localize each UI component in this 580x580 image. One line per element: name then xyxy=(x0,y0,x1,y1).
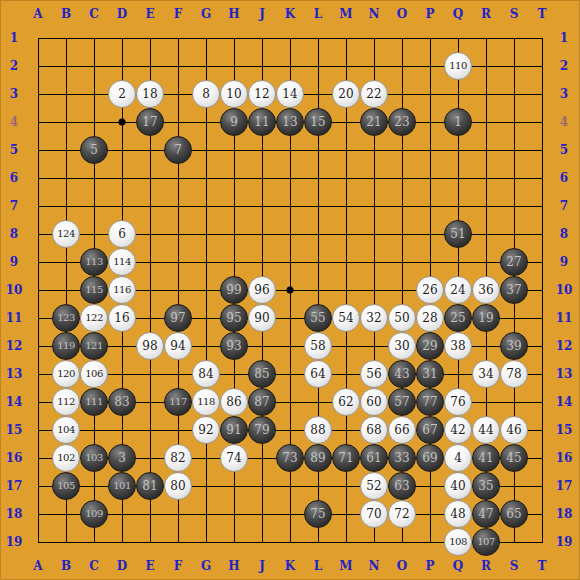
coord-label-left-15: 15 xyxy=(6,424,23,436)
stone-black-71-M16[interactable]: 71 xyxy=(332,444,360,472)
stone-black-11-J4[interactable]: 11 xyxy=(248,108,276,136)
stone-white-26-P10[interactable]: 26 xyxy=(416,276,444,304)
stone-black-117-F14[interactable]: 117 xyxy=(164,388,192,416)
coord-label-left-8: 8 xyxy=(10,228,18,240)
coord-label-right-18: 18 xyxy=(556,508,573,520)
stone-white-78-S13[interactable]: 78 xyxy=(500,360,528,388)
coord-label-right-5: 5 xyxy=(560,144,568,156)
stone-black-65-S18[interactable]: 65 xyxy=(500,500,528,528)
stone-black-89-L16[interactable]: 89 xyxy=(304,444,332,472)
stone-black-41-R16[interactable]: 41 xyxy=(472,444,500,472)
coord-label-top-D: D xyxy=(117,8,127,20)
stone-black-119-B12[interactable]: 119 xyxy=(52,332,80,360)
stone-white-110-Q2[interactable]: 110 xyxy=(444,52,472,80)
stone-white-118-G14[interactable]: 118 xyxy=(192,388,220,416)
stone-white-40-Q17[interactable]: 40 xyxy=(444,472,472,500)
coord-label-bottom-P: P xyxy=(425,560,434,572)
stone-black-83-D14[interactable]: 83 xyxy=(108,388,136,416)
stone-black-67-P15[interactable]: 67 xyxy=(416,416,444,444)
star-point-D4 xyxy=(119,119,126,126)
stone-black-43-O13[interactable]: 43 xyxy=(388,360,416,388)
grid-line-vertical xyxy=(542,38,543,543)
stone-black-85-J13[interactable]: 85 xyxy=(248,360,276,388)
coord-label-left-9: 9 xyxy=(10,256,18,268)
stone-black-29-P12[interactable]: 29 xyxy=(416,332,444,360)
stone-black-109-C18[interactable]: 109 xyxy=(80,500,108,528)
coord-label-top-K: K xyxy=(285,8,295,20)
stone-white-74-H16[interactable]: 74 xyxy=(220,444,248,472)
stone-white-92-G15[interactable]: 92 xyxy=(192,416,220,444)
coord-label-top-B: B xyxy=(61,8,71,20)
stone-white-72-O18[interactable]: 72 xyxy=(388,500,416,528)
stone-black-39-S12[interactable]: 39 xyxy=(500,332,528,360)
stone-black-5-C5[interactable]: 5 xyxy=(80,136,108,164)
coord-label-right-15: 15 xyxy=(556,424,573,436)
screen: AABBCCDDEEFFGGHHJJKKLLMMNNOOPPQQRRSSTT11… xyxy=(0,0,580,580)
stone-white-28-P11[interactable]: 28 xyxy=(416,304,444,332)
coord-label-top-J: J xyxy=(259,8,265,20)
coord-label-top-A: A xyxy=(33,8,42,20)
stone-white-46-S15[interactable]: 46 xyxy=(500,416,528,444)
stone-black-35-R17[interactable]: 35 xyxy=(472,472,500,500)
stone-black-37-S10[interactable]: 37 xyxy=(500,276,528,304)
stone-black-121-C12[interactable]: 121 xyxy=(80,332,108,360)
stone-black-7-F5[interactable]: 7 xyxy=(164,136,192,164)
stone-black-1-Q4[interactable]: 1 xyxy=(444,108,472,136)
stone-black-95-H11[interactable]: 95 xyxy=(220,304,248,332)
stone-white-2-D3[interactable]: 2 xyxy=(108,80,136,108)
stone-white-42-Q15[interactable]: 42 xyxy=(444,416,472,444)
coord-label-top-M: M xyxy=(339,8,352,20)
stone-black-15-L4[interactable]: 15 xyxy=(304,108,332,136)
coord-label-bottom-D: D xyxy=(117,560,127,572)
coord-label-top-E: E xyxy=(145,8,154,20)
stone-white-6-D8[interactable]: 6 xyxy=(108,220,136,248)
coord-label-bottom-J: J xyxy=(259,560,265,572)
grid-line-horizontal xyxy=(38,374,543,375)
coord-label-right-14: 14 xyxy=(556,396,573,408)
stone-black-9-H4[interactable]: 9 xyxy=(220,108,248,136)
stone-white-62-M14[interactable]: 62 xyxy=(332,388,360,416)
stone-white-120-B13[interactable]: 120 xyxy=(52,360,80,388)
coord-label-bottom-L: L xyxy=(314,560,322,572)
coord-label-right-3: 3 xyxy=(560,88,568,100)
coord-label-bottom-F: F xyxy=(174,560,183,572)
coord-label-left-7: 7 xyxy=(10,200,18,212)
stone-white-32-N11[interactable]: 32 xyxy=(360,304,388,332)
stone-white-112-B14[interactable]: 112 xyxy=(52,388,80,416)
coord-label-left-1: 1 xyxy=(10,32,18,44)
stone-black-23-O4[interactable]: 23 xyxy=(388,108,416,136)
stone-black-79-J15[interactable]: 79 xyxy=(248,416,276,444)
coord-label-top-O: O xyxy=(397,8,407,20)
stone-white-96-J10[interactable]: 96 xyxy=(248,276,276,304)
stone-black-17-E4[interactable]: 17 xyxy=(136,108,164,136)
stone-black-61-N16[interactable]: 61 xyxy=(360,444,388,472)
stone-black-75-L18[interactable]: 75 xyxy=(304,500,332,528)
stone-black-105-B17[interactable]: 105 xyxy=(52,472,80,500)
coord-label-top-G: G xyxy=(201,8,211,20)
stone-white-14-K3[interactable]: 14 xyxy=(276,80,304,108)
stone-black-25-Q11[interactable]: 25 xyxy=(444,304,472,332)
stone-white-90-J11[interactable]: 90 xyxy=(248,304,276,332)
coord-label-bottom-E: E xyxy=(145,560,154,572)
stone-white-10-H3[interactable]: 10 xyxy=(220,80,248,108)
stone-white-8-G3[interactable]: 8 xyxy=(192,80,220,108)
stone-black-13-K4[interactable]: 13 xyxy=(276,108,304,136)
stone-black-123-B11[interactable]: 123 xyxy=(52,304,80,332)
stone-white-12-J3[interactable]: 12 xyxy=(248,80,276,108)
coord-label-top-P: P xyxy=(425,8,434,20)
stone-white-70-N18[interactable]: 70 xyxy=(360,500,388,528)
stone-white-34-R13[interactable]: 34 xyxy=(472,360,500,388)
stone-white-50-O11[interactable]: 50 xyxy=(388,304,416,332)
stone-black-3-D16[interactable]: 3 xyxy=(108,444,136,472)
stone-white-44-R15[interactable]: 44 xyxy=(472,416,500,444)
stone-black-87-J14[interactable]: 87 xyxy=(248,388,276,416)
stone-white-122-C11[interactable]: 122 xyxy=(80,304,108,332)
coord-label-right-10: 10 xyxy=(556,284,573,296)
coord-label-bottom-B: B xyxy=(61,560,71,572)
stone-white-98-E12[interactable]: 98 xyxy=(136,332,164,360)
coord-label-right-4: 4 xyxy=(560,116,568,128)
stone-white-88-L15[interactable]: 88 xyxy=(304,416,332,444)
stone-black-73-K16[interactable]: 73 xyxy=(276,444,304,472)
coord-label-bottom-Q: Q xyxy=(453,560,463,572)
stone-black-91-H15[interactable]: 91 xyxy=(220,416,248,444)
stone-white-58-L12[interactable]: 58 xyxy=(304,332,332,360)
stone-white-108-Q19[interactable]: 108 xyxy=(444,528,472,556)
stone-white-84-G13[interactable]: 84 xyxy=(192,360,220,388)
stone-black-47-R18[interactable]: 47 xyxy=(472,500,500,528)
coord-label-left-14: 14 xyxy=(6,396,23,408)
stone-black-21-N4[interactable]: 21 xyxy=(360,108,388,136)
stone-white-22-N3[interactable]: 22 xyxy=(360,80,388,108)
stone-black-19-R11[interactable]: 19 xyxy=(472,304,500,332)
coord-label-bottom-N: N xyxy=(369,560,380,572)
stone-white-66-O15[interactable]: 66 xyxy=(388,416,416,444)
stone-white-80-F17[interactable]: 80 xyxy=(164,472,192,500)
coord-label-top-S: S xyxy=(510,8,519,20)
coord-label-left-13: 13 xyxy=(6,368,23,380)
go-board[interactable]: AABBCCDDEEFFGGHHJJKKLLMMNNOOPPQQRRSSTT11… xyxy=(0,0,580,580)
stone-white-20-M3[interactable]: 20 xyxy=(332,80,360,108)
stone-black-51-Q8[interactable]: 51 xyxy=(444,220,472,248)
stone-black-33-O16[interactable]: 33 xyxy=(388,444,416,472)
coord-label-left-6: 6 xyxy=(10,172,18,184)
coord-label-right-8: 8 xyxy=(560,228,568,240)
coord-label-left-12: 12 xyxy=(6,340,23,352)
stone-white-114-D9[interactable]: 114 xyxy=(108,248,136,276)
coord-label-right-13: 13 xyxy=(556,368,573,380)
stone-black-111-C14[interactable]: 111 xyxy=(80,388,108,416)
stone-black-69-P16[interactable]: 69 xyxy=(416,444,444,472)
coord-label-bottom-O: O xyxy=(397,560,407,572)
stone-black-27-S9[interactable]: 27 xyxy=(500,248,528,276)
stone-black-63-O17[interactable]: 63 xyxy=(388,472,416,500)
coord-label-bottom-K: K xyxy=(285,560,295,572)
coord-label-top-L: L xyxy=(314,8,322,20)
stone-white-18-E3[interactable]: 18 xyxy=(136,80,164,108)
stone-white-16-D11[interactable]: 16 xyxy=(108,304,136,332)
stone-black-81-E17[interactable]: 81 xyxy=(136,472,164,500)
stone-white-124-B8[interactable]: 124 xyxy=(52,220,80,248)
coord-label-left-16: 16 xyxy=(6,452,23,464)
coord-label-left-19: 19 xyxy=(6,536,23,548)
coord-label-right-16: 16 xyxy=(556,452,573,464)
stone-black-115-C10[interactable]: 115 xyxy=(80,276,108,304)
coord-label-right-2: 2 xyxy=(560,60,568,72)
coord-label-right-7: 7 xyxy=(560,200,568,212)
coord-label-left-4: 4 xyxy=(10,116,18,128)
stone-white-56-N13[interactable]: 56 xyxy=(360,360,388,388)
coord-label-right-19: 19 xyxy=(556,536,573,548)
stone-white-52-N17[interactable]: 52 xyxy=(360,472,388,500)
stone-black-93-H12[interactable]: 93 xyxy=(220,332,248,360)
stone-white-102-B16[interactable]: 102 xyxy=(52,444,80,472)
stone-white-30-O12[interactable]: 30 xyxy=(388,332,416,360)
stone-white-104-B15[interactable]: 104 xyxy=(52,416,80,444)
coord-label-top-C: C xyxy=(89,8,99,20)
stone-white-68-N15[interactable]: 68 xyxy=(360,416,388,444)
stone-white-54-M11[interactable]: 54 xyxy=(332,304,360,332)
stone-white-82-F16[interactable]: 82 xyxy=(164,444,192,472)
coord-label-bottom-H: H xyxy=(228,560,239,572)
stone-black-77-P14[interactable]: 77 xyxy=(416,388,444,416)
stone-white-60-N14[interactable]: 60 xyxy=(360,388,388,416)
coord-label-top-T: T xyxy=(538,8,547,20)
coord-label-left-11: 11 xyxy=(6,312,23,324)
coord-label-left-5: 5 xyxy=(10,144,18,156)
stone-white-38-Q12[interactable]: 38 xyxy=(444,332,472,360)
coord-label-right-9: 9 xyxy=(560,256,568,268)
stone-white-36-R10[interactable]: 36 xyxy=(472,276,500,304)
stone-black-45-S16[interactable]: 45 xyxy=(500,444,528,472)
stone-white-64-L13[interactable]: 64 xyxy=(304,360,332,388)
coord-label-left-10: 10 xyxy=(6,284,23,296)
stone-black-101-D17[interactable]: 101 xyxy=(108,472,136,500)
coord-label-bottom-G: G xyxy=(201,560,211,572)
coord-label-top-N: N xyxy=(369,8,380,20)
coord-label-bottom-T: T xyxy=(538,560,547,572)
coord-label-right-11: 11 xyxy=(556,312,573,324)
coord-label-left-18: 18 xyxy=(6,508,23,520)
coord-label-bottom-R: R xyxy=(481,560,491,572)
coord-label-bottom-S: S xyxy=(510,560,519,572)
stone-black-31-P13[interactable]: 31 xyxy=(416,360,444,388)
coord-label-top-Q: Q xyxy=(453,8,463,20)
stone-black-107-R19[interactable]: 107 xyxy=(472,528,500,556)
stone-white-4-Q16[interactable]: 4 xyxy=(444,444,472,472)
coord-label-right-6: 6 xyxy=(560,172,568,184)
stone-white-48-Q18[interactable]: 48 xyxy=(444,500,472,528)
coord-label-right-17: 17 xyxy=(556,480,573,492)
coord-label-top-F: F xyxy=(174,8,183,20)
stone-black-55-L11[interactable]: 55 xyxy=(304,304,332,332)
stone-black-113-C9[interactable]: 113 xyxy=(80,248,108,276)
stone-white-24-Q10[interactable]: 24 xyxy=(444,276,472,304)
stone-white-106-C13[interactable]: 106 xyxy=(80,360,108,388)
coord-label-left-17: 17 xyxy=(6,480,23,492)
coord-label-left-3: 3 xyxy=(10,88,18,100)
coord-label-bottom-C: C xyxy=(89,560,99,572)
coord-label-bottom-A: A xyxy=(33,560,42,572)
coord-label-right-12: 12 xyxy=(556,340,573,352)
star-point-K10 xyxy=(287,287,294,294)
coord-label-top-R: R xyxy=(481,8,491,20)
stone-black-97-F11[interactable]: 97 xyxy=(164,304,192,332)
stone-black-103-C16[interactable]: 103 xyxy=(80,444,108,472)
stone-white-86-H14[interactable]: 86 xyxy=(220,388,248,416)
stone-black-99-H10[interactable]: 99 xyxy=(220,276,248,304)
stone-white-76-Q14[interactable]: 76 xyxy=(444,388,472,416)
coord-label-right-1: 1 xyxy=(560,32,568,44)
coord-label-top-H: H xyxy=(228,8,239,20)
stone-white-116-D10[interactable]: 116 xyxy=(108,276,136,304)
coord-label-left-2: 2 xyxy=(10,60,18,72)
stone-black-57-O14[interactable]: 57 xyxy=(388,388,416,416)
stone-white-94-F12[interactable]: 94 xyxy=(164,332,192,360)
coord-label-bottom-M: M xyxy=(339,560,352,572)
